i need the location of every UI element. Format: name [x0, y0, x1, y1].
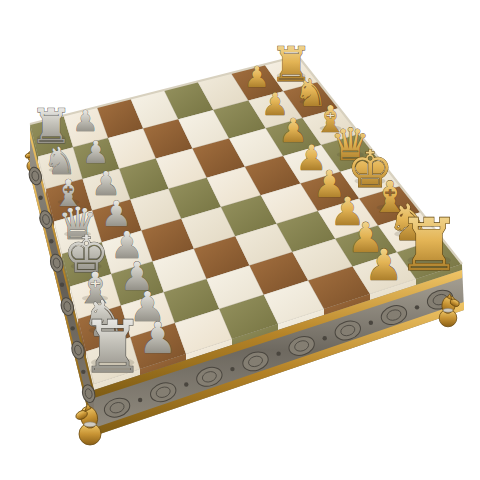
chess-set-photo: ♜♟♞♟♝♟♜♟♛♟♟♞♚♟♟♝♝♟♟♞♛♟♟♜♚♟♟♝♟♞♟♜	[0, 0, 480, 480]
piece-glyph: ♜	[397, 203, 462, 287]
frieze-dot	[369, 321, 373, 325]
frieze-dot	[276, 351, 280, 355]
piece-black-rook-h8: ♜	[397, 203, 462, 287]
frieze-dot	[138, 398, 142, 402]
piece-glyph: ♟	[365, 240, 404, 290]
frieze-dot	[415, 305, 419, 309]
piece-white-rook-h1: ♜	[80, 305, 145, 389]
frieze-dot	[184, 382, 188, 386]
frieze-dot	[49, 239, 53, 243]
frieze-dot	[230, 367, 234, 371]
piece-glyph: ♜	[80, 305, 145, 389]
frieze-dot	[323, 336, 327, 340]
chess-board: ♜♟♞♟♝♟♜♟♛♟♟♞♚♟♟♝♝♟♟♞♛♟♟♜♚♟♟♝♟♞♟♜	[0, 0, 480, 480]
piece-black-pawn-h7: ♟	[365, 240, 404, 290]
frieze-dot	[70, 326, 74, 330]
frieze-dot	[38, 196, 42, 200]
